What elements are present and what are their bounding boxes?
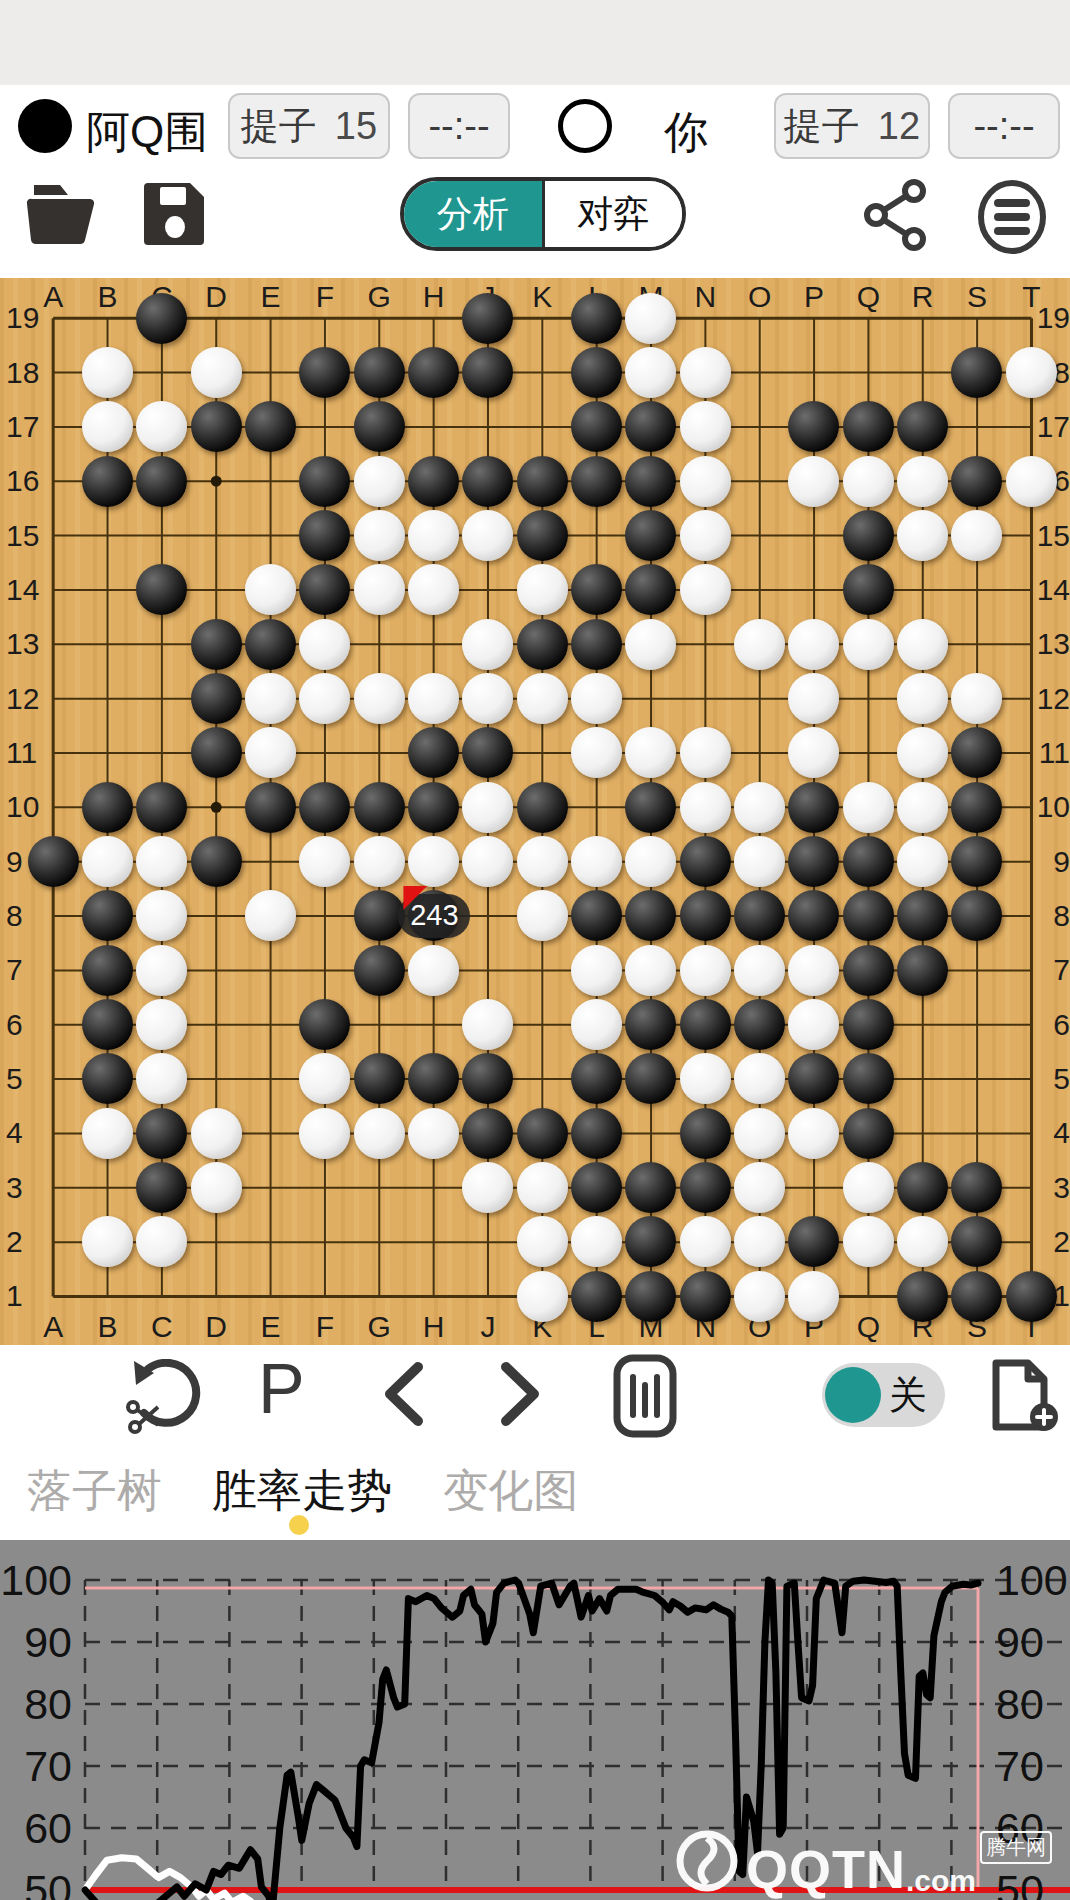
- intersection-G9[interactable]: [352, 834, 406, 888]
- intersection-R5[interactable]: [896, 1052, 950, 1106]
- intersection-P10[interactable]: [787, 780, 841, 834]
- intersection-K17[interactable]: [515, 400, 569, 454]
- intersection-G13[interactable]: [352, 617, 406, 671]
- intersection-O18[interactable]: [732, 345, 786, 399]
- intersection-J10[interactable]: [461, 780, 515, 834]
- pass-button[interactable]: P: [258, 1349, 305, 1429]
- intersection-T10[interactable]: [1004, 780, 1058, 834]
- intersection-A9[interactable]: [26, 834, 80, 888]
- intersection-M7[interactable]: [624, 943, 678, 997]
- intersection-T5[interactable]: [1004, 1052, 1058, 1106]
- intersection-S8[interactable]: [950, 889, 1004, 943]
- intersection-P2[interactable]: [787, 1215, 841, 1269]
- intersection-R4[interactable]: [896, 1106, 950, 1160]
- intersection-B19[interactable]: [80, 291, 134, 345]
- intersection-R6[interactable]: [896, 997, 950, 1051]
- intersection-J1[interactable]: [461, 1269, 515, 1323]
- intersection-A19[interactable]: [26, 291, 80, 345]
- intersection-Q1[interactable]: [841, 1269, 895, 1323]
- intersection-N10[interactable]: [678, 780, 732, 834]
- intersection-O15[interactable]: [732, 508, 786, 562]
- intersection-N2[interactable]: [678, 1215, 732, 1269]
- intersection-P16[interactable]: [787, 454, 841, 508]
- intersection-E8[interactable]: [243, 889, 297, 943]
- intersection-A16[interactable]: [26, 454, 80, 508]
- intersection-E1[interactable]: [243, 1269, 297, 1323]
- intersection-J13[interactable]: [461, 617, 515, 671]
- intersection-F15[interactable]: [298, 508, 352, 562]
- intersection-D5[interactable]: [189, 1052, 243, 1106]
- intersection-O19[interactable]: [732, 291, 786, 345]
- intersection-H5[interactable]: [406, 1052, 460, 1106]
- intersection-A14[interactable]: [26, 563, 80, 617]
- intersection-T7[interactable]: [1004, 943, 1058, 997]
- intersection-A3[interactable]: [26, 1161, 80, 1215]
- intersection-D15[interactable]: [189, 508, 243, 562]
- intersection-K13[interactable]: [515, 617, 569, 671]
- intersection-C4[interactable]: [135, 1106, 189, 1160]
- intersection-H3[interactable]: [406, 1161, 460, 1215]
- intersection-Q4[interactable]: [841, 1106, 895, 1160]
- intersection-J5[interactable]: [461, 1052, 515, 1106]
- intersection-A4[interactable]: [26, 1106, 80, 1160]
- intersection-T1[interactable]: [1004, 1269, 1058, 1323]
- intersection-N12[interactable]: [678, 671, 732, 725]
- intersection-L4[interactable]: [569, 1106, 623, 1160]
- intersection-L14[interactable]: [569, 563, 623, 617]
- intersection-H12[interactable]: [406, 671, 460, 725]
- intersection-M3[interactable]: [624, 1161, 678, 1215]
- intersection-A1[interactable]: [26, 1269, 80, 1323]
- intersection-B4[interactable]: [80, 1106, 134, 1160]
- intersection-F1[interactable]: [298, 1269, 352, 1323]
- intersection-K18[interactable]: [515, 345, 569, 399]
- intersection-A11[interactable]: [26, 726, 80, 780]
- intersection-R15[interactable]: [896, 508, 950, 562]
- intersection-H15[interactable]: [406, 508, 460, 562]
- intersection-T14[interactable]: [1004, 563, 1058, 617]
- intersection-T4[interactable]: [1004, 1106, 1058, 1160]
- intersection-H1[interactable]: [406, 1269, 460, 1323]
- intersection-Q12[interactable]: [841, 671, 895, 725]
- intersection-G19[interactable]: [352, 291, 406, 345]
- intersection-M18[interactable]: [624, 345, 678, 399]
- intersection-S16[interactable]: [950, 454, 1004, 508]
- intersection-P11[interactable]: [787, 726, 841, 780]
- intersection-F14[interactable]: [298, 563, 352, 617]
- intersection-M5[interactable]: [624, 1052, 678, 1106]
- intersection-N5[interactable]: [678, 1052, 732, 1106]
- intersection-C16[interactable]: [135, 454, 189, 508]
- intersection-Q11[interactable]: [841, 726, 895, 780]
- intersection-P17[interactable]: [787, 400, 841, 454]
- tab-winrate-trend[interactable]: 胜率走势: [212, 1461, 392, 1521]
- intersection-K15[interactable]: [515, 508, 569, 562]
- intersection-N14[interactable]: [678, 563, 732, 617]
- intersection-F5[interactable]: [298, 1052, 352, 1106]
- intersection-R2[interactable]: [896, 1215, 950, 1269]
- intersection-G5[interactable]: [352, 1052, 406, 1106]
- intersection-T8[interactable]: [1004, 889, 1058, 943]
- intersection-R14[interactable]: [896, 563, 950, 617]
- intersection-F18[interactable]: [298, 345, 352, 399]
- intersection-A12[interactable]: [26, 671, 80, 725]
- intersection-M17[interactable]: [624, 400, 678, 454]
- intersection-J18[interactable]: [461, 345, 515, 399]
- undo-cut-button[interactable]: [124, 1359, 202, 1439]
- intersection-M6[interactable]: [624, 997, 678, 1051]
- intersection-D14[interactable]: [189, 563, 243, 617]
- intersection-G16[interactable]: [352, 454, 406, 508]
- intersection-S13[interactable]: [950, 617, 1004, 671]
- intersection-Q2[interactable]: [841, 1215, 895, 1269]
- intersection-D17[interactable]: [189, 400, 243, 454]
- intersection-Q14[interactable]: [841, 563, 895, 617]
- intersection-H16[interactable]: [406, 454, 460, 508]
- intersection-K9[interactable]: [515, 834, 569, 888]
- intersection-M9[interactable]: [624, 834, 678, 888]
- intersection-S15[interactable]: [950, 508, 1004, 562]
- intersection-M19[interactable]: [624, 291, 678, 345]
- intersection-B18[interactable]: [80, 345, 134, 399]
- intersection-B3[interactable]: [80, 1161, 134, 1215]
- intersection-S11[interactable]: [950, 726, 1004, 780]
- intersection-T18[interactable]: [1004, 345, 1058, 399]
- intersection-L3[interactable]: [569, 1161, 623, 1215]
- intersection-J9[interactable]: [461, 834, 515, 888]
- intersection-D4[interactable]: [189, 1106, 243, 1160]
- intersection-N4[interactable]: [678, 1106, 732, 1160]
- intersection-L5[interactable]: [569, 1052, 623, 1106]
- intersection-G17[interactable]: [352, 400, 406, 454]
- intersection-F3[interactable]: [298, 1161, 352, 1215]
- stats-button[interactable]: [612, 1353, 678, 1443]
- intersection-H13[interactable]: [406, 617, 460, 671]
- intersection-H2[interactable]: [406, 1215, 460, 1269]
- intersection-G12[interactable]: [352, 671, 406, 725]
- intersection-J19[interactable]: [461, 291, 515, 345]
- intersection-J17[interactable]: [461, 400, 515, 454]
- intersection-E5[interactable]: [243, 1052, 297, 1106]
- intersection-A6[interactable]: [26, 997, 80, 1051]
- intersection-S9[interactable]: [950, 834, 1004, 888]
- menu-button[interactable]: [972, 177, 1052, 261]
- intersection-O1[interactable]: [732, 1269, 786, 1323]
- intersection-F2[interactable]: [298, 1215, 352, 1269]
- intersection-O16[interactable]: [732, 454, 786, 508]
- intersection-A2[interactable]: [26, 1215, 80, 1269]
- intersection-K5[interactable]: [515, 1052, 569, 1106]
- intersection-N6[interactable]: [678, 997, 732, 1051]
- intersection-L17[interactable]: [569, 400, 623, 454]
- intersection-K8[interactable]: [515, 889, 569, 943]
- prev-move-button[interactable]: [378, 1361, 428, 1431]
- tab-move-tree[interactable]: 落子树: [27, 1461, 162, 1521]
- intersection-A10[interactable]: [26, 780, 80, 834]
- intersection-A13[interactable]: [26, 617, 80, 671]
- intersection-E16[interactable]: [243, 454, 297, 508]
- intersection-H8[interactable]: 243: [406, 889, 460, 943]
- intersection-N13[interactable]: [678, 617, 732, 671]
- intersection-M1[interactable]: [624, 1269, 678, 1323]
- intersection-D2[interactable]: [189, 1215, 243, 1269]
- intersection-N19[interactable]: [678, 291, 732, 345]
- intersection-L15[interactable]: [569, 508, 623, 562]
- intersection-K19[interactable]: [515, 291, 569, 345]
- intersection-R10[interactable]: [896, 780, 950, 834]
- intersection-T19[interactable]: [1004, 291, 1058, 345]
- intersection-T16[interactable]: [1004, 454, 1058, 508]
- intersection-T9[interactable]: [1004, 834, 1058, 888]
- intersection-J4[interactable]: [461, 1106, 515, 1160]
- intersection-E6[interactable]: [243, 997, 297, 1051]
- intersection-T17[interactable]: [1004, 400, 1058, 454]
- intersection-O8[interactable]: [732, 889, 786, 943]
- intersection-T3[interactable]: [1004, 1161, 1058, 1215]
- intersection-P5[interactable]: [787, 1052, 841, 1106]
- intersection-K1[interactable]: [515, 1269, 569, 1323]
- intersection-K10[interactable]: [515, 780, 569, 834]
- intersection-Q8[interactable]: [841, 889, 895, 943]
- intersection-M15[interactable]: [624, 508, 678, 562]
- intersection-A17[interactable]: [26, 400, 80, 454]
- intersection-E3[interactable]: [243, 1161, 297, 1215]
- intersection-P1[interactable]: [787, 1269, 841, 1323]
- intersection-S3[interactable]: [950, 1161, 1004, 1215]
- intersection-N17[interactable]: [678, 400, 732, 454]
- intersection-H9[interactable]: [406, 834, 460, 888]
- intersection-R8[interactable]: [896, 889, 950, 943]
- intersection-K2[interactable]: [515, 1215, 569, 1269]
- intersection-G2[interactable]: [352, 1215, 406, 1269]
- intersection-P8[interactable]: [787, 889, 841, 943]
- intersection-S10[interactable]: [950, 780, 1004, 834]
- intersection-C12[interactable]: [135, 671, 189, 725]
- intersection-S5[interactable]: [950, 1052, 1004, 1106]
- intersection-S12[interactable]: [950, 671, 1004, 725]
- intersection-G4[interactable]: [352, 1106, 406, 1160]
- intersection-P9[interactable]: [787, 834, 841, 888]
- intersection-O6[interactable]: [732, 997, 786, 1051]
- intersection-R7[interactable]: [896, 943, 950, 997]
- intersection-G15[interactable]: [352, 508, 406, 562]
- intersection-P6[interactable]: [787, 997, 841, 1051]
- intersection-L8[interactable]: [569, 889, 623, 943]
- intersection-P4[interactable]: [787, 1106, 841, 1160]
- intersection-H19[interactable]: [406, 291, 460, 345]
- intersection-N16[interactable]: [678, 454, 732, 508]
- intersection-L10[interactable]: [569, 780, 623, 834]
- intersection-M10[interactable]: [624, 780, 678, 834]
- intersection-C7[interactable]: [135, 943, 189, 997]
- intersection-L19[interactable]: [569, 291, 623, 345]
- intersection-E10[interactable]: [243, 780, 297, 834]
- intersection-K11[interactable]: [515, 726, 569, 780]
- intersection-N15[interactable]: [678, 508, 732, 562]
- intersection-L7[interactable]: [569, 943, 623, 997]
- intersection-G18[interactable]: [352, 345, 406, 399]
- intersection-K6[interactable]: [515, 997, 569, 1051]
- intersection-C8[interactable]: [135, 889, 189, 943]
- intersection-E13[interactable]: [243, 617, 297, 671]
- intersection-G6[interactable]: [352, 997, 406, 1051]
- intersection-H11[interactable]: [406, 726, 460, 780]
- intersection-O12[interactable]: [732, 671, 786, 725]
- intersection-G11[interactable]: [352, 726, 406, 780]
- intersection-L6[interactable]: [569, 997, 623, 1051]
- intersection-B17[interactable]: [80, 400, 134, 454]
- intersection-C15[interactable]: [135, 508, 189, 562]
- intersection-B15[interactable]: [80, 508, 134, 562]
- intersection-K4[interactable]: [515, 1106, 569, 1160]
- intersection-R16[interactable]: [896, 454, 950, 508]
- intersection-K12[interactable]: [515, 671, 569, 725]
- intersection-H14[interactable]: [406, 563, 460, 617]
- intersection-T2[interactable]: [1004, 1215, 1058, 1269]
- intersection-Q6[interactable]: [841, 997, 895, 1051]
- intersection-E12[interactable]: [243, 671, 297, 725]
- intersection-L18[interactable]: [569, 345, 623, 399]
- intersection-P13[interactable]: [787, 617, 841, 671]
- intersection-L9[interactable]: [569, 834, 623, 888]
- intersection-E17[interactable]: [243, 400, 297, 454]
- intersection-H18[interactable]: [406, 345, 460, 399]
- intersection-J11[interactable]: [461, 726, 515, 780]
- tab-variation-diagram[interactable]: 变化图: [443, 1461, 578, 1521]
- intersection-D16[interactable]: [189, 454, 243, 508]
- intersection-O2[interactable]: [732, 1215, 786, 1269]
- intersection-B12[interactable]: [80, 671, 134, 725]
- ai-toggle[interactable]: 关: [822, 1363, 945, 1427]
- intersection-O7[interactable]: [732, 943, 786, 997]
- intersection-Q16[interactable]: [841, 454, 895, 508]
- next-move-button[interactable]: [496, 1361, 546, 1431]
- intersection-F19[interactable]: [298, 291, 352, 345]
- intersection-T13[interactable]: [1004, 617, 1058, 671]
- intersection-S18[interactable]: [950, 345, 1004, 399]
- intersection-L11[interactable]: [569, 726, 623, 780]
- intersection-A18[interactable]: [26, 345, 80, 399]
- intersection-C6[interactable]: [135, 997, 189, 1051]
- intersection-R12[interactable]: [896, 671, 950, 725]
- intersection-B10[interactable]: [80, 780, 134, 834]
- intersection-P7[interactable]: [787, 943, 841, 997]
- intersection-B14[interactable]: [80, 563, 134, 617]
- intersection-N3[interactable]: [678, 1161, 732, 1215]
- intersection-J12[interactable]: [461, 671, 515, 725]
- intersection-B9[interactable]: [80, 834, 134, 888]
- intersection-J14[interactable]: [461, 563, 515, 617]
- intersection-R13[interactable]: [896, 617, 950, 671]
- intersection-S17[interactable]: [950, 400, 1004, 454]
- intersection-Q10[interactable]: [841, 780, 895, 834]
- intersection-K16[interactable]: [515, 454, 569, 508]
- intersection-R19[interactable]: [896, 291, 950, 345]
- intersection-T15[interactable]: [1004, 508, 1058, 562]
- intersection-Q15[interactable]: [841, 508, 895, 562]
- intersection-C19[interactable]: [135, 291, 189, 345]
- intersection-T12[interactable]: [1004, 671, 1058, 725]
- intersection-B5[interactable]: [80, 1052, 134, 1106]
- intersection-G3[interactable]: [352, 1161, 406, 1215]
- intersection-J7[interactable]: [461, 943, 515, 997]
- open-file-button[interactable]: [24, 177, 102, 253]
- share-button[interactable]: [862, 177, 932, 257]
- intersection-E4[interactable]: [243, 1106, 297, 1160]
- intersection-M11[interactable]: [624, 726, 678, 780]
- intersection-D13[interactable]: [189, 617, 243, 671]
- tab-analysis[interactable]: 分析: [404, 181, 542, 247]
- intersection-A15[interactable]: [26, 508, 80, 562]
- intersection-D18[interactable]: [189, 345, 243, 399]
- intersection-B1[interactable]: [80, 1269, 134, 1323]
- intersection-D11[interactable]: [189, 726, 243, 780]
- intersection-M14[interactable]: [624, 563, 678, 617]
- save-button[interactable]: [140, 177, 212, 253]
- intersection-B16[interactable]: [80, 454, 134, 508]
- intersection-D9[interactable]: [189, 834, 243, 888]
- intersection-C11[interactable]: [135, 726, 189, 780]
- intersection-C3[interactable]: [135, 1161, 189, 1215]
- intersection-J3[interactable]: [461, 1161, 515, 1215]
- intersection-O17[interactable]: [732, 400, 786, 454]
- intersection-M8[interactable]: [624, 889, 678, 943]
- intersection-M13[interactable]: [624, 617, 678, 671]
- intersection-O13[interactable]: [732, 617, 786, 671]
- intersection-O9[interactable]: [732, 834, 786, 888]
- intersection-O11[interactable]: [732, 726, 786, 780]
- intersection-L1[interactable]: [569, 1269, 623, 1323]
- intersection-F4[interactable]: [298, 1106, 352, 1160]
- intersection-Q9[interactable]: [841, 834, 895, 888]
- tab-play[interactable]: 对弈: [542, 181, 683, 247]
- intersection-B7[interactable]: [80, 943, 134, 997]
- intersection-N11[interactable]: [678, 726, 732, 780]
- new-doc-button[interactable]: [988, 1355, 1062, 1441]
- intersection-Q18[interactable]: [841, 345, 895, 399]
- intersection-F7[interactable]: [298, 943, 352, 997]
- intersection-H4[interactable]: [406, 1106, 460, 1160]
- intersection-D3[interactable]: [189, 1161, 243, 1215]
- intersection-H17[interactable]: [406, 400, 460, 454]
- intersection-C10[interactable]: [135, 780, 189, 834]
- intersection-B13[interactable]: [80, 617, 134, 671]
- intersection-F17[interactable]: [298, 400, 352, 454]
- intersection-G1[interactable]: [352, 1269, 406, 1323]
- intersection-S2[interactable]: [950, 1215, 1004, 1269]
- intersection-R1[interactable]: [896, 1269, 950, 1323]
- intersection-B11[interactable]: [80, 726, 134, 780]
- intersection-C9[interactable]: [135, 834, 189, 888]
- intersection-C13[interactable]: [135, 617, 189, 671]
- intersection-N9[interactable]: [678, 834, 732, 888]
- intersection-C17[interactable]: [135, 400, 189, 454]
- intersection-J6[interactable]: [461, 997, 515, 1051]
- intersection-K3[interactable]: [515, 1161, 569, 1215]
- intersection-P15[interactable]: [787, 508, 841, 562]
- intersection-S4[interactable]: [950, 1106, 1004, 1160]
- intersection-C1[interactable]: [135, 1269, 189, 1323]
- intersection-R9[interactable]: [896, 834, 950, 888]
- intersection-S1[interactable]: [950, 1269, 1004, 1323]
- intersection-S14[interactable]: [950, 563, 1004, 617]
- intersection-Q5[interactable]: [841, 1052, 895, 1106]
- intersection-L12[interactable]: [569, 671, 623, 725]
- intersection-P19[interactable]: [787, 291, 841, 345]
- intersection-N8[interactable]: [678, 889, 732, 943]
- intersection-M16[interactable]: [624, 454, 678, 508]
- intersection-P18[interactable]: [787, 345, 841, 399]
